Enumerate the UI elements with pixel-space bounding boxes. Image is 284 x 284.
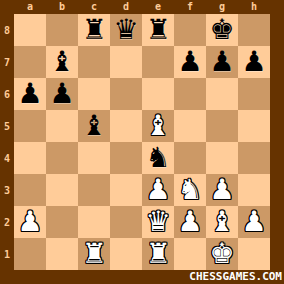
- square-g8[interactable]: ♚: [206, 14, 238, 46]
- square-e1[interactable]: ♜: [142, 238, 174, 270]
- piece-black-knight-e4[interactable]: ♞: [142, 142, 174, 174]
- file-label-f: f: [174, 0, 206, 14]
- rank-label-2: 2: [0, 206, 14, 238]
- file-label-d: d: [110, 0, 142, 14]
- square-e2[interactable]: ♛: [142, 206, 174, 238]
- square-e7[interactable]: [142, 46, 174, 78]
- piece-white-rook-e1[interactable]: ♜: [142, 238, 174, 270]
- piece-black-king-g8[interactable]: ♚: [206, 14, 238, 46]
- file-label-g: g: [206, 0, 238, 14]
- file-label-a: a: [14, 0, 46, 14]
- piece-black-pawn-h7[interactable]: ♟: [238, 46, 270, 78]
- square-h1[interactable]: [238, 238, 270, 270]
- square-h5[interactable]: [238, 110, 270, 142]
- square-h3[interactable]: [238, 174, 270, 206]
- square-b5[interactable]: [46, 110, 78, 142]
- square-f4[interactable]: [174, 142, 206, 174]
- square-h7[interactable]: ♟: [238, 46, 270, 78]
- file-label-c: c: [78, 0, 110, 14]
- square-d7[interactable]: [110, 46, 142, 78]
- piece-black-pawn-g7[interactable]: ♟: [206, 46, 238, 78]
- square-a2[interactable]: ♟: [14, 206, 46, 238]
- square-g6[interactable]: [206, 78, 238, 110]
- rank-label-5: 5: [0, 110, 14, 142]
- square-c2[interactable]: [78, 206, 110, 238]
- square-c7[interactable]: [78, 46, 110, 78]
- piece-black-pawn-f7[interactable]: ♟: [174, 46, 206, 78]
- piece-white-king-g1[interactable]: ♚: [206, 238, 238, 270]
- square-d6[interactable]: [110, 78, 142, 110]
- square-b8[interactable]: [46, 14, 78, 46]
- piece-black-bishop-b7[interactable]: ♝: [46, 46, 78, 78]
- square-h8[interactable]: [238, 14, 270, 46]
- square-b2[interactable]: [46, 206, 78, 238]
- rank-label-1: 1: [0, 238, 14, 270]
- piece-white-pawn-a2[interactable]: ♟: [14, 206, 46, 238]
- piece-black-queen-d8[interactable]: ♛: [110, 14, 142, 46]
- square-e5[interactable]: ♝: [142, 110, 174, 142]
- square-c5[interactable]: ♝: [78, 110, 110, 142]
- square-g4[interactable]: [206, 142, 238, 174]
- square-c3[interactable]: [78, 174, 110, 206]
- site-watermark: CHESSGAMES.COM: [189, 271, 282, 283]
- square-a6[interactable]: ♟: [14, 78, 46, 110]
- square-b3[interactable]: [46, 174, 78, 206]
- piece-black-rook-c8[interactable]: ♜: [78, 14, 110, 46]
- piece-white-bishop-g2[interactable]: ♝: [206, 206, 238, 238]
- square-d1[interactable]: [110, 238, 142, 270]
- square-f5[interactable]: [174, 110, 206, 142]
- piece-white-pawn-h2[interactable]: ♟: [238, 206, 270, 238]
- square-a1[interactable]: [14, 238, 46, 270]
- piece-black-pawn-b6[interactable]: ♟: [46, 78, 78, 110]
- square-e3[interactable]: ♟: [142, 174, 174, 206]
- square-d8[interactable]: ♛: [110, 14, 142, 46]
- square-g7[interactable]: ♟: [206, 46, 238, 78]
- piece-white-rook-c1[interactable]: ♜: [78, 238, 110, 270]
- piece-white-bishop-e5[interactable]: ♝: [142, 110, 174, 142]
- square-d2[interactable]: [110, 206, 142, 238]
- piece-white-queen-e2[interactable]: ♛: [142, 206, 174, 238]
- square-d3[interactable]: [110, 174, 142, 206]
- rank-label-7: 7: [0, 46, 14, 78]
- square-c8[interactable]: ♜: [78, 14, 110, 46]
- square-a4[interactable]: [14, 142, 46, 174]
- square-b7[interactable]: ♝: [46, 46, 78, 78]
- square-f3[interactable]: ♞: [174, 174, 206, 206]
- square-h6[interactable]: [238, 78, 270, 110]
- file-label-b: b: [46, 0, 78, 14]
- piece-white-knight-f3[interactable]: ♞: [174, 174, 206, 206]
- piece-black-pawn-a6[interactable]: ♟: [14, 78, 46, 110]
- square-c4[interactable]: [78, 142, 110, 174]
- square-e4[interactable]: ♞: [142, 142, 174, 174]
- square-h2[interactable]: ♟: [238, 206, 270, 238]
- chess-board: ♜♛♜♚♝♟♟♟♟♟♝♝♞♟♞♟♟♛♟♝♟♜♜♚: [14, 14, 270, 270]
- square-a3[interactable]: [14, 174, 46, 206]
- square-g5[interactable]: [206, 110, 238, 142]
- square-b6[interactable]: ♟: [46, 78, 78, 110]
- square-f1[interactable]: [174, 238, 206, 270]
- square-g3[interactable]: ♟: [206, 174, 238, 206]
- rank-label-8: 8: [0, 14, 14, 46]
- square-f8[interactable]: [174, 14, 206, 46]
- rank-labels: 87654321: [0, 14, 14, 270]
- square-g1[interactable]: ♚: [206, 238, 238, 270]
- square-a5[interactable]: [14, 110, 46, 142]
- piece-white-pawn-g3[interactable]: ♟: [206, 174, 238, 206]
- chess-diagram: abcdefgh 87654321 ♜♛♜♚♝♟♟♟♟♟♝♝♞♟♞♟♟♛♟♝♟♜…: [0, 0, 284, 284]
- square-f6[interactable]: [174, 78, 206, 110]
- square-e6[interactable]: [142, 78, 174, 110]
- piece-white-pawn-e3[interactable]: ♟: [142, 174, 174, 206]
- square-d4[interactable]: [110, 142, 142, 174]
- file-label-h: h: [238, 0, 270, 14]
- piece-black-rook-e8[interactable]: ♜: [142, 14, 174, 46]
- square-e8[interactable]: ♜: [142, 14, 174, 46]
- square-c6[interactable]: [78, 78, 110, 110]
- square-c1[interactable]: ♜: [78, 238, 110, 270]
- rank-label-4: 4: [0, 142, 14, 174]
- square-g2[interactable]: ♝: [206, 206, 238, 238]
- square-a7[interactable]: [14, 46, 46, 78]
- file-labels: abcdefgh: [14, 0, 270, 14]
- piece-black-bishop-c5[interactable]: ♝: [78, 110, 110, 142]
- rank-label-6: 6: [0, 78, 14, 110]
- square-b4[interactable]: [46, 142, 78, 174]
- square-f7[interactable]: ♟: [174, 46, 206, 78]
- file-label-e: e: [142, 0, 174, 14]
- square-a8[interactable]: [14, 14, 46, 46]
- square-d5[interactable]: [110, 110, 142, 142]
- piece-white-pawn-f2[interactable]: ♟: [174, 206, 206, 238]
- square-h4[interactable]: [238, 142, 270, 174]
- rank-label-3: 3: [0, 174, 14, 206]
- square-b1[interactable]: [46, 238, 78, 270]
- square-f2[interactable]: ♟: [174, 206, 206, 238]
